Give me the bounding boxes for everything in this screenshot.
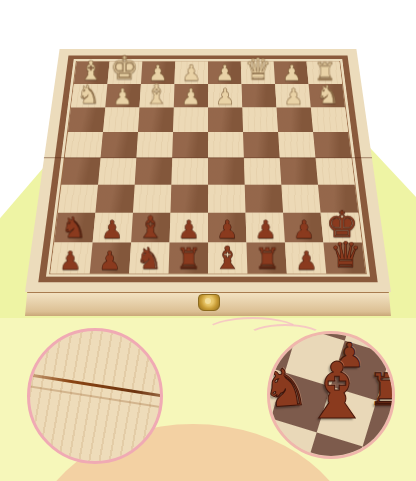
piece-dark-knight[interactable]: ♞ — [129, 244, 168, 274]
square-a6[interactable] — [68, 107, 105, 132]
piece-dark-pawn[interactable]: ♟ — [287, 247, 326, 273]
piece-dark-rook[interactable]: ♜ — [247, 245, 286, 274]
square-g8[interactable]: ♟ — [274, 61, 309, 84]
piece-dark-bishop[interactable]: ♝ — [208, 242, 247, 273]
square-g3[interactable] — [281, 185, 320, 213]
square-g4[interactable] — [280, 158, 318, 185]
square-d7[interactable]: ♟ — [174, 84, 208, 108]
square-c6[interactable] — [138, 107, 174, 132]
square-f6[interactable] — [242, 107, 278, 132]
square-c7[interactable]: ♝ — [139, 84, 174, 108]
brass-latch-icon — [198, 294, 220, 311]
square-a7[interactable]: ♞ — [71, 84, 107, 108]
square-e5[interactable] — [208, 132, 244, 158]
square-a2[interactable]: ♞ — [54, 213, 95, 243]
square-b2[interactable]: ♟ — [93, 213, 133, 243]
piece-dark-pawn[interactable]: ♟ — [51, 247, 90, 273]
square-f7[interactable] — [242, 84, 277, 108]
bishop-icon: ♝ — [302, 352, 372, 430]
inset-wood-grain-detail — [27, 328, 163, 464]
piece-light-pawn[interactable]: ♟ — [208, 62, 241, 84]
fold-seam — [44, 157, 372, 158]
piece-dark-knight[interactable]: ♞ — [54, 213, 92, 242]
square-d1[interactable]: ♜ — [169, 242, 208, 273]
piece-dark-pawn[interactable]: ♟ — [90, 247, 129, 273]
square-c2[interactable]: ♝ — [131, 213, 170, 243]
piece-light-king[interactable]: ♚ — [108, 52, 141, 84]
piece-light-queen[interactable]: ♛ — [241, 54, 274, 84]
chess-scene: ♝♚♟♟♟♛♟♜♞♟♝♟♟♟♞♞♟♝♟♟♟♟♚♟♟♞♜♝♜♟♛ — [0, 0, 416, 292]
square-d4[interactable] — [171, 158, 208, 185]
square-f3[interactable] — [245, 185, 283, 213]
square-d3[interactable] — [170, 185, 208, 213]
square-g1[interactable]: ♟ — [285, 242, 326, 273]
square-a5[interactable] — [65, 132, 103, 158]
square-b7[interactable]: ♟ — [105, 84, 141, 108]
board-frame-band: ♝♚♟♟♟♛♟♜♞♟♝♟♟♟♞♞♟♝♟♟♟♟♚♟♟♞♜♝♜♟♛ — [38, 55, 377, 282]
square-b6[interactable] — [103, 107, 140, 132]
piece-dark-pawn[interactable]: ♟ — [246, 217, 284, 242]
piece-dark-pawn[interactable]: ♟ — [93, 217, 131, 242]
piece-light-pawn[interactable]: ♟ — [174, 85, 208, 107]
square-e8[interactable]: ♟ — [208, 61, 242, 84]
square-h4[interactable] — [315, 158, 354, 185]
piece-light-knight[interactable]: ♞ — [71, 82, 105, 108]
piece-light-knight[interactable]: ♞ — [311, 82, 345, 108]
square-d6[interactable] — [173, 107, 208, 132]
piece-dark-pawn[interactable]: ♟ — [170, 217, 208, 242]
square-h1[interactable]: ♛ — [323, 242, 365, 273]
square-e3[interactable] — [208, 185, 246, 213]
square-g2[interactable]: ♟ — [283, 213, 323, 243]
piece-light-pawn[interactable]: ♟ — [208, 85, 242, 107]
square-f1[interactable]: ♜ — [246, 242, 286, 273]
square-b4[interactable] — [98, 158, 136, 185]
square-g7[interactable]: ♟ — [275, 84, 311, 108]
square-b1[interactable]: ♟ — [90, 242, 131, 273]
square-c1[interactable]: ♞ — [129, 242, 169, 273]
piece-light-pawn[interactable]: ♟ — [275, 62, 308, 84]
square-c4[interactable] — [135, 158, 172, 185]
piece-light-pawn[interactable]: ♟ — [276, 85, 310, 107]
square-f4[interactable] — [244, 158, 281, 185]
board-margin: ♝♚♟♟♟♛♟♜♞♟♝♟♟♟♞♞♟♝♟♟♟♟♚♟♟♞♜♝♜♟♛ — [25, 49, 391, 292]
box-front-edge — [25, 292, 391, 316]
piece-light-pawn[interactable]: ♟ — [175, 62, 208, 84]
inset-pieces-detail: ♞ ♟ ♝ ♜ — [267, 331, 395, 459]
board-grid[interactable]: ♝♚♟♟♟♛♟♜♞♟♝♟♟♟♞♞♟♝♟♟♟♟♚♟♟♞♜♝♜♟♛ — [50, 61, 365, 273]
square-d5[interactable] — [172, 132, 208, 158]
square-b5[interactable] — [101, 132, 138, 158]
square-b3[interactable] — [95, 185, 134, 213]
square-f8[interactable]: ♛ — [241, 61, 275, 84]
square-h5[interactable] — [313, 132, 351, 158]
square-f5[interactable] — [243, 132, 280, 158]
square-e6[interactable] — [208, 107, 243, 132]
piece-light-bishop[interactable]: ♝ — [140, 80, 174, 107]
square-d8[interactable]: ♟ — [174, 61, 208, 84]
square-b8[interactable]: ♚ — [107, 61, 142, 84]
square-d2[interactable]: ♟ — [170, 213, 208, 243]
piece-dark-bishop[interactable]: ♝ — [131, 211, 169, 242]
square-a3[interactable] — [58, 185, 98, 213]
square-h6[interactable] — [311, 107, 348, 132]
rook-icon: ♜ — [368, 368, 395, 412]
square-e1[interactable]: ♝ — [208, 242, 247, 273]
square-g5[interactable] — [278, 132, 315, 158]
piece-light-pawn[interactable]: ♟ — [105, 85, 139, 107]
square-f2[interactable]: ♟ — [246, 213, 285, 243]
square-e7[interactable]: ♟ — [208, 84, 242, 108]
piece-dark-rook[interactable]: ♜ — [169, 245, 208, 274]
square-a1[interactable]: ♟ — [50, 242, 92, 273]
square-g6[interactable] — [277, 107, 314, 132]
square-a4[interactable] — [61, 158, 100, 185]
square-c5[interactable] — [136, 132, 173, 158]
square-h7[interactable]: ♞ — [309, 84, 345, 108]
piece-dark-pawn[interactable]: ♟ — [285, 217, 323, 242]
chess-board: ♝♚♟♟♟♛♟♜♞♟♝♟♟♟♞♞♟♝♟♟♟♟♚♟♟♞♜♝♜♟♛ — [25, 49, 391, 292]
square-e4[interactable] — [208, 158, 245, 185]
piece-dark-queen[interactable]: ♛ — [326, 238, 365, 273]
